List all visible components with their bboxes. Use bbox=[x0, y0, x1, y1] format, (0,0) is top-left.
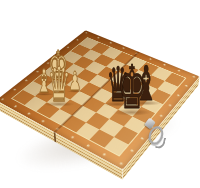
pieces-layer: ♚♝♛♟♛♚♝ bbox=[0, 0, 200, 188]
piece-black-bishop: ♝ bbox=[134, 59, 158, 107]
piece-white-pawn: ♟ bbox=[69, 68, 82, 94]
chess-set-product-photo: ♚♝♛♟♛♚♝ bbox=[0, 0, 200, 188]
piece-white-queen: ♛ bbox=[47, 60, 71, 108]
